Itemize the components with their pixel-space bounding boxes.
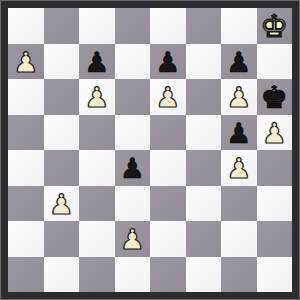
square-a4[interactable] [8,150,44,186]
piece-white-pawn[interactable]: ♟ [226,79,251,115]
piece-black-pawn[interactable]: ♟ [84,44,109,80]
square-g6[interactable]: ♟ [221,79,257,115]
square-b3[interactable]: ♟ [44,186,80,222]
square-g1[interactable] [221,257,257,293]
square-c7[interactable]: ♟ [79,44,115,80]
square-c1[interactable] [79,257,115,293]
square-g5[interactable]: ♟ [221,115,257,151]
square-g7[interactable]: ♟ [221,44,257,80]
piece-black-pawn[interactable]: ♟ [226,115,251,151]
square-b6[interactable] [44,79,80,115]
square-e2[interactable] [150,221,186,257]
square-f6[interactable] [186,79,222,115]
square-h5[interactable]: ♟ [257,115,293,151]
square-f1[interactable] [186,257,222,293]
square-c5[interactable] [79,115,115,151]
square-e1[interactable] [150,257,186,293]
piece-white-pawn[interactable]: ♟ [13,44,38,80]
piece-black-pawn[interactable]: ♟ [120,150,145,186]
square-g8[interactable] [221,8,257,44]
square-b8[interactable] [44,8,80,44]
square-g3[interactable] [221,186,257,222]
square-h8[interactable]: ♚ [257,8,293,44]
square-c3[interactable] [79,186,115,222]
piece-white-pawn[interactable]: ♟ [155,79,180,115]
square-e5[interactable] [150,115,186,151]
square-d2[interactable]: ♟ [115,221,151,257]
square-h2[interactable] [257,221,293,257]
square-b7[interactable] [44,44,80,80]
piece-white-pawn[interactable]: ♟ [120,221,145,257]
square-h1[interactable] [257,257,293,293]
square-d5[interactable] [115,115,151,151]
square-h6[interactable]: ♚ [257,79,293,115]
square-f3[interactable] [186,186,222,222]
square-b1[interactable] [44,257,80,293]
board-frame: ♚♟♟♟♟♟♟♟♚♟♟♟♟♟♟ [0,0,300,300]
square-e3[interactable] [150,186,186,222]
square-a8[interactable] [8,8,44,44]
square-b2[interactable] [44,221,80,257]
piece-white-pawn[interactable]: ♟ [84,79,109,115]
piece-white-king[interactable]: ♚ [260,8,288,44]
square-c8[interactable] [79,8,115,44]
square-c4[interactable] [79,150,115,186]
square-h3[interactable] [257,186,293,222]
square-c6[interactable]: ♟ [79,79,115,115]
square-a6[interactable] [8,79,44,115]
square-e4[interactable] [150,150,186,186]
piece-white-pawn[interactable]: ♟ [49,186,74,222]
square-f8[interactable] [186,8,222,44]
square-f7[interactable] [186,44,222,80]
square-d7[interactable] [115,44,151,80]
square-c2[interactable] [79,221,115,257]
square-h4[interactable] [257,150,293,186]
square-a1[interactable] [8,257,44,293]
square-d6[interactable] [115,79,151,115]
piece-white-pawn[interactable]: ♟ [262,115,287,151]
square-h7[interactable] [257,44,293,80]
square-a2[interactable] [8,221,44,257]
chess-board: ♚♟♟♟♟♟♟♟♚♟♟♟♟♟♟ [8,8,292,292]
square-a7[interactable]: ♟ [8,44,44,80]
square-d3[interactable] [115,186,151,222]
piece-white-pawn[interactable]: ♟ [226,150,251,186]
piece-black-pawn[interactable]: ♟ [155,44,180,80]
square-b4[interactable] [44,150,80,186]
square-f2[interactable] [186,221,222,257]
square-f5[interactable] [186,115,222,151]
piece-black-pawn[interactable]: ♟ [226,44,251,80]
square-g2[interactable] [221,221,257,257]
square-g4[interactable]: ♟ [221,150,257,186]
square-a5[interactable] [8,115,44,151]
square-d8[interactable] [115,8,151,44]
square-e8[interactable] [150,8,186,44]
square-b5[interactable] [44,115,80,151]
square-d1[interactable] [115,257,151,293]
square-e6[interactable]: ♟ [150,79,186,115]
square-a3[interactable] [8,186,44,222]
piece-black-king[interactable]: ♚ [260,79,288,115]
square-f4[interactable] [186,150,222,186]
square-e7[interactable]: ♟ [150,44,186,80]
square-d4[interactable]: ♟ [115,150,151,186]
